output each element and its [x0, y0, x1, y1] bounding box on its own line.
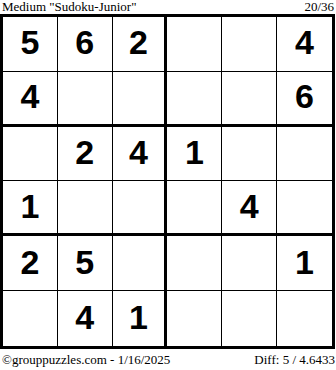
- empty-cell[interactable]: [113, 72, 168, 127]
- given-cell: 4: [222, 181, 277, 236]
- empty-cell[interactable]: [167, 291, 222, 346]
- empty-cell[interactable]: [3, 291, 58, 346]
- given-cell: 6: [58, 17, 113, 72]
- empty-cell[interactable]: [222, 127, 277, 182]
- given-cell: 2: [113, 17, 168, 72]
- given-cell: 5: [58, 236, 113, 291]
- empty-cell[interactable]: [277, 127, 332, 182]
- given-cell: 1: [167, 127, 222, 182]
- empty-cell[interactable]: [167, 236, 222, 291]
- given-cell: 5: [3, 17, 58, 72]
- empty-cell[interactable]: [222, 17, 277, 72]
- sudoku-grid: 5624462411425141: [0, 14, 335, 349]
- empty-cell[interactable]: [113, 236, 168, 291]
- empty-cell[interactable]: [277, 181, 332, 236]
- empty-cell[interactable]: [222, 291, 277, 346]
- empty-cell[interactable]: [167, 181, 222, 236]
- empty-cell[interactable]: [58, 181, 113, 236]
- empty-cell[interactable]: [222, 72, 277, 127]
- given-cell: 4: [58, 291, 113, 346]
- page-header: Medium "Sudoku-Junior" 20/36: [2, 0, 334, 14]
- puzzle-counter: 20/36: [304, 0, 334, 14]
- given-cell: 2: [3, 236, 58, 291]
- copyright-text: ©grouppuzzles.com - 1/16/2025: [2, 352, 170, 367]
- empty-cell[interactable]: [222, 236, 277, 291]
- given-cell: 1: [113, 291, 168, 346]
- empty-cell[interactable]: [277, 291, 332, 346]
- given-cell: 1: [3, 181, 58, 236]
- given-cell: 1: [277, 236, 332, 291]
- empty-cell[interactable]: [3, 127, 58, 182]
- given-cell: 4: [3, 72, 58, 127]
- empty-cell[interactable]: [113, 181, 168, 236]
- difficulty-text: Diff: 5 / 4.6433: [254, 352, 335, 367]
- empty-cell[interactable]: [167, 17, 222, 72]
- page-footer: ©grouppuzzles.com - 1/16/2025 Diff: 5 / …: [2, 352, 335, 367]
- given-cell: 6: [277, 72, 332, 127]
- empty-cell[interactable]: [167, 72, 222, 127]
- given-cell: 4: [277, 17, 332, 72]
- given-cell: 4: [113, 127, 168, 182]
- empty-cell[interactable]: [58, 72, 113, 127]
- puzzle-title: Medium "Sudoku-Junior": [2, 0, 136, 14]
- given-cell: 2: [58, 127, 113, 182]
